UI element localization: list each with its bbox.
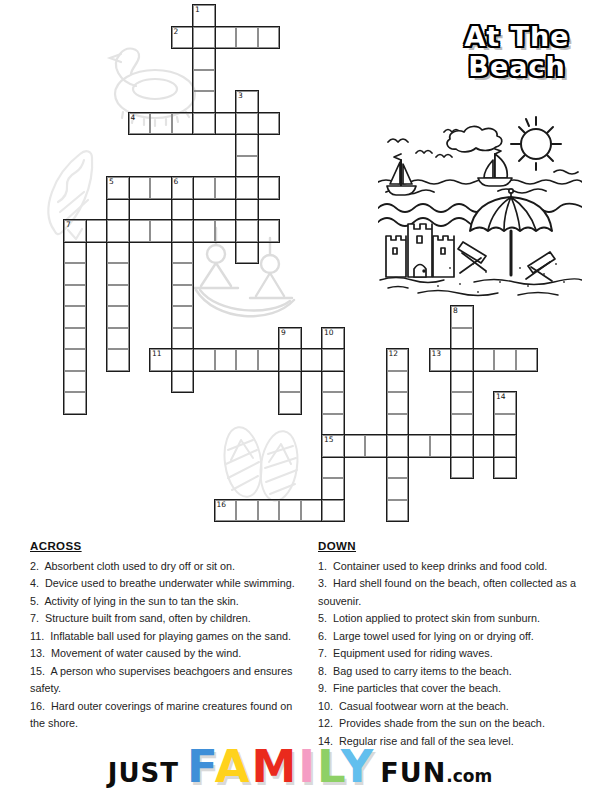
clue-item: 16. Hard outer coverings of marine creat… [30, 698, 306, 733]
grid-cell[interactable] [193, 349, 215, 371]
logo: JUST FAMILY FUN .com [0, 740, 600, 793]
grid-cell[interactable] [387, 371, 409, 393]
cell-number: 16 [217, 501, 227, 509]
logo-fun: FUN [380, 757, 446, 788]
sandcastle-icon [386, 224, 454, 277]
grid-cell[interactable] [64, 371, 86, 393]
grid-cell[interactable] [258, 113, 280, 135]
grid-cell[interactable] [236, 500, 258, 522]
grid-cell[interactable] [107, 328, 129, 350]
grid-cell[interactable] [107, 285, 129, 307]
grid-cell[interactable] [344, 435, 366, 457]
cell-number: 2 [174, 28, 179, 36]
grid-cell[interactable] [322, 457, 344, 479]
grid-cell[interactable] [172, 113, 194, 135]
grid-cell[interactable] [236, 27, 258, 49]
grid-cell[interactable] [301, 349, 323, 371]
cell-number: 6 [174, 178, 179, 186]
cell-number: 9 [281, 329, 286, 337]
grid-cell[interactable] [451, 371, 473, 393]
grid-cell[interactable] [172, 306, 194, 328]
grid-cell[interactable] [408, 435, 430, 457]
grid-cell[interactable] [279, 371, 301, 393]
grid-cell[interactable] [64, 306, 86, 328]
crossword-worksheet-page: 12345678910111213141516 At The Beach [0, 0, 600, 800]
cell-number: 7 [66, 221, 71, 229]
grid-cell[interactable] [107, 263, 129, 285]
across-clues-column: ACROSS 2. Absorbent cloth used to dry of… [30, 540, 306, 750]
logo-dotcom: .com [446, 766, 492, 786]
grid-cell[interactable] [387, 500, 409, 522]
grid-cell[interactable] [172, 242, 194, 264]
grid-cell[interactable] [64, 328, 86, 350]
grid-cell[interactable] [258, 27, 280, 49]
grid-cell[interactable] [451, 328, 473, 350]
grid-cell[interactable] [172, 263, 194, 285]
grid-cell[interactable] [107, 199, 129, 221]
grid-cell[interactable] [236, 134, 258, 156]
grid-cell[interactable] [494, 349, 516, 371]
grid-cell[interactable] [193, 70, 215, 92]
puzzle-title-line1: At The [450, 22, 584, 52]
clue-item: 13. Movement of water caused by the wind… [30, 645, 306, 662]
grid-cell[interactable] [193, 48, 215, 70]
cell-number: 8 [453, 307, 458, 315]
sailboat-center-icon [478, 149, 512, 186]
logo-family-letter: Y [341, 740, 376, 793]
grid-cell[interactable] [236, 156, 258, 178]
logo-family-letter: M [251, 740, 298, 793]
grid-cell[interactable] [172, 285, 194, 307]
grid-cell[interactable] [64, 242, 86, 264]
grid-cell[interactable] [236, 177, 258, 199]
across-header: ACROSS [30, 540, 306, 552]
grid-cell[interactable] [172, 199, 194, 221]
down-header: DOWN [318, 540, 594, 552]
grid-cell[interactable] [150, 220, 172, 242]
grid-cell[interactable] [301, 500, 323, 522]
beach-scene-illustration [378, 112, 582, 300]
clue-item: 2. Absorbent cloth used to dry off or si… [30, 558, 306, 575]
down-clue-list: 1. Container used to keep drinks and foo… [318, 558, 594, 750]
clue-item: 4. Device used to breathe underwater whi… [30, 575, 306, 592]
grid-cell[interactable] [172, 371, 194, 393]
grid-cell[interactable] [322, 349, 344, 371]
sand-speckles [437, 263, 565, 293]
puzzle-title: At The Beach [450, 22, 584, 82]
grid-cell[interactable] [279, 500, 301, 522]
grid-cell[interactable] [193, 220, 215, 242]
cell-number: 5 [109, 178, 114, 186]
grid-cell[interactable] [193, 91, 215, 113]
cell-number: 10 [324, 329, 334, 337]
grid-cell[interactable] [172, 349, 194, 371]
grid-cell[interactable] [64, 392, 86, 414]
grid-cell[interactable] [215, 220, 237, 242]
grid-cell[interactable] [451, 349, 473, 371]
grid-cell[interactable] [322, 478, 344, 500]
puzzle-title-line2: Beach [450, 52, 584, 82]
cell-number: 11 [152, 350, 162, 358]
grid-cell[interactable] [451, 414, 473, 436]
grid-cell[interactable] [279, 392, 301, 414]
logo-family-letter: A [215, 740, 252, 793]
grid-cell[interactable] [64, 263, 86, 285]
grid-cell[interactable] [387, 478, 409, 500]
logo-just: JUST [108, 758, 179, 788]
grid-cell[interactable] [193, 27, 215, 49]
grid-cell[interactable] [129, 220, 151, 242]
clues-section: ACROSS 2. Absorbent cloth used to dry of… [30, 540, 582, 750]
grid-cell[interactable] [236, 242, 258, 264]
grid-cell[interactable] [129, 177, 151, 199]
grid-cell[interactable] [451, 435, 473, 457]
grid-cell[interactable] [473, 349, 495, 371]
grid-cell[interactable] [279, 349, 301, 371]
grid-cell[interactable] [215, 27, 237, 49]
cell-number: 3 [238, 92, 243, 100]
grid-cell[interactable] [494, 414, 516, 436]
grid-cell[interactable] [387, 414, 409, 436]
grid-cell[interactable] [322, 392, 344, 414]
cell-number: 15 [324, 436, 334, 444]
grid-cell[interactable] [86, 220, 108, 242]
grid-cell[interactable] [107, 220, 129, 242]
cell-number: 13 [432, 350, 442, 358]
cell-number: 12 [389, 350, 399, 358]
cell-number: 4 [131, 114, 136, 122]
grid-cell[interactable] [215, 177, 237, 199]
grid-cell[interactable] [107, 306, 129, 328]
grid-cell[interactable] [473, 435, 495, 457]
grid-cell[interactable] [258, 500, 280, 522]
clue-item: 3. Hard shell found on the beach, often … [318, 575, 594, 610]
grid-cell[interactable] [236, 199, 258, 221]
grid-cell[interactable] [430, 435, 452, 457]
grid-cell[interactable] [322, 500, 344, 522]
grid-cell[interactable] [494, 435, 516, 457]
grid-cell[interactable] [215, 349, 237, 371]
sailboat-left-icon [387, 154, 416, 195]
clue-item: 9. Fine particles that cover the beach. [318, 680, 594, 697]
clue-item: 1. Container used to keep drinks and foo… [318, 558, 594, 575]
logo-family-letter: F [187, 740, 215, 793]
grid-cell[interactable] [516, 349, 538, 371]
clue-item: 5. Activity of lying in the sun to tan t… [30, 593, 306, 610]
grid-cell[interactable] [322, 414, 344, 436]
grid-cell[interactable] [258, 177, 280, 199]
grid-cell[interactable] [258, 349, 280, 371]
clue-item: 6. Large towel used for lying on or dryi… [318, 628, 594, 645]
grid-cell[interactable] [150, 177, 172, 199]
grid-cell[interactable] [365, 435, 387, 457]
grid-cell[interactable] [150, 113, 172, 135]
grid-cell[interactable] [236, 349, 258, 371]
grid-cell[interactable] [387, 392, 409, 414]
across-clue-list: 2. Absorbent cloth used to dry off or si… [30, 558, 306, 733]
beach-chair-left-icon [458, 242, 486, 273]
grid-cell[interactable] [494, 457, 516, 479]
grid-cell[interactable] [236, 220, 258, 242]
grid-cell[interactable] [107, 349, 129, 371]
grid-cell[interactable] [236, 113, 258, 135]
logo-family-letter: L [317, 740, 341, 793]
clue-item: 12. Provides shade from the sun on the b… [318, 715, 594, 732]
grid-cell[interactable] [451, 392, 473, 414]
clue-item: 8. Bag used to carry items to the beach. [318, 663, 594, 680]
clue-item: 7. Structure built from sand, often by c… [30, 610, 306, 627]
grid-cell[interactable] [107, 242, 129, 264]
grid-cell[interactable] [172, 328, 194, 350]
clue-item: 5. Lotion applied to protect skin from s… [318, 610, 594, 627]
grid-cell[interactable] [64, 349, 86, 371]
grid-cell[interactable] [193, 177, 215, 199]
sun-icon [511, 117, 561, 170]
grid-cell[interactable] [215, 113, 237, 135]
clue-item: 10. Casual footwear worn at the beach. [318, 698, 594, 715]
grid-cell[interactable] [258, 220, 280, 242]
logo-family-letter: I [298, 740, 317, 793]
clue-item: 11. Inflatable ball used for playing gam… [30, 628, 306, 645]
grid-cell[interactable] [451, 457, 473, 479]
grid-cell[interactable] [193, 113, 215, 135]
grid-cell[interactable] [387, 457, 409, 479]
logo-family: FAMILY [187, 740, 375, 793]
cell-number: 1 [195, 6, 200, 14]
grid-cell[interactable] [172, 220, 194, 242]
grid-cell[interactable] [322, 371, 344, 393]
grid-cell[interactable] [64, 285, 86, 307]
down-clues-column: DOWN 1. Container used to keep drinks an… [318, 540, 594, 750]
grid-cell[interactable] [387, 435, 409, 457]
beach-chair-right-icon [526, 252, 555, 281]
clue-item: 7. Equipment used for riding waves. [318, 645, 594, 662]
clue-item: 15. A person who supervises beachgoers a… [30, 663, 306, 698]
cell-number: 14 [496, 393, 506, 401]
